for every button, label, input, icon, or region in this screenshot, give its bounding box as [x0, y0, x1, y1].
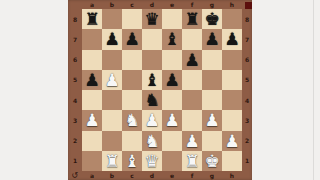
black-pawn-g7[interactable]: ♟ [204, 29, 219, 49]
white-rook-b1[interactable]: ♜ [104, 150, 119, 170]
square-a6[interactable] [82, 50, 102, 70]
square-g6[interactable] [202, 50, 222, 70]
white-king-g1[interactable]: ♚ [204, 150, 219, 170]
file-label-bottom-d: d [142, 171, 162, 180]
rank-label-right-5: 5 [242, 70, 252, 90]
square-c2[interactable] [122, 131, 142, 151]
rank-labels-left: 87654321 [68, 9, 82, 171]
white-pawn-b5[interactable]: ♟ [104, 69, 119, 89]
square-b5[interactable]: ♟ [102, 70, 122, 90]
black-pawn-f6[interactable]: ♟ [184, 49, 199, 69]
rank-label-left-6: 6 [68, 50, 82, 70]
square-h1[interactable] [222, 151, 242, 171]
square-e6[interactable] [162, 50, 182, 70]
square-f7[interactable] [182, 29, 202, 49]
file-label-bottom-h: h [222, 171, 242, 180]
square-b4[interactable] [102, 90, 122, 110]
black-bishop-d5[interactable]: ♝ [144, 69, 159, 89]
rank-label-left-1: 1 [68, 151, 82, 171]
white-pawn-h2[interactable]: ♟ [224, 130, 239, 150]
page-edge-line [313, 0, 314, 180]
rank-label-right-8: 8 [242, 9, 252, 29]
square-e4[interactable] [162, 90, 182, 110]
square-g4[interactable] [202, 90, 222, 110]
square-a5[interactable]: ♟ [82, 70, 102, 90]
black-king-g8[interactable]: ♚ [204, 9, 219, 29]
square-h6[interactable] [222, 50, 242, 70]
square-h3[interactable] [222, 110, 242, 130]
square-f8[interactable]: ♜ [182, 9, 202, 29]
rank-label-right-1: 1 [242, 151, 252, 171]
square-b3[interactable] [102, 110, 122, 130]
square-g8[interactable]: ♚ [202, 9, 222, 29]
square-a2[interactable] [82, 131, 102, 151]
square-a7[interactable] [82, 29, 102, 49]
square-d6[interactable] [142, 50, 162, 70]
rank-label-left-3: 3 [68, 110, 82, 130]
square-c3[interactable]: ♞ [122, 110, 142, 130]
square-a1[interactable] [82, 151, 102, 171]
white-bishop-c1[interactable]: ♝ [124, 150, 139, 170]
chess-board: abcdefgh abcdefgh 87654321 87654321 ♜♛♜♚… [68, 0, 252, 180]
black-queen-d8[interactable]: ♛ [144, 9, 159, 29]
square-f3[interactable] [182, 110, 202, 130]
rank-label-left-7: 7 [68, 29, 82, 49]
square-d2[interactable]: ♞ [142, 131, 162, 151]
square-e3[interactable]: ♟ [162, 110, 182, 130]
board-squares: ♜♛♜♚♟♟♝♟♟♟♟♟♝♟♞♟♞♟♟♟♞♟♟♜♝♛♜♚ [82, 9, 242, 171]
white-queen-d1[interactable]: ♛ [144, 150, 159, 170]
black-bishop-e7[interactable]: ♝ [164, 29, 179, 49]
white-rook-f1[interactable]: ♜ [184, 150, 199, 170]
screenshot-root: abcdefgh abcdefgh 87654321 87654321 ♜♛♜♚… [0, 0, 320, 180]
square-g3[interactable]: ♟ [202, 110, 222, 130]
black-pawn-e5[interactable]: ♟ [164, 69, 179, 89]
file-label-top-b: b [102, 0, 122, 9]
square-f1[interactable]: ♜ [182, 151, 202, 171]
black-pawn-h7[interactable]: ♟ [224, 29, 239, 49]
corner-marker-icon [245, 2, 252, 9]
rank-label-left-5: 5 [68, 70, 82, 90]
rank-label-left-8: 8 [68, 9, 82, 29]
black-pawn-a5[interactable]: ♟ [84, 69, 99, 89]
square-e8[interactable] [162, 9, 182, 29]
square-b2[interactable] [102, 131, 122, 151]
black-rook-f8[interactable]: ♜ [184, 9, 199, 29]
flip-board-icon[interactable]: ↺ [68, 171, 81, 180]
square-c8[interactable] [122, 9, 142, 29]
square-d1[interactable]: ♛ [142, 151, 162, 171]
square-f5[interactable] [182, 70, 202, 90]
file-label-top-c: c [122, 0, 142, 9]
file-labels-bottom: abcdefgh [82, 171, 242, 180]
file-label-bottom-c: c [122, 171, 142, 180]
file-label-bottom-b: b [102, 171, 122, 180]
square-c6[interactable] [122, 50, 142, 70]
square-g1[interactable]: ♚ [202, 151, 222, 171]
square-c4[interactable] [122, 90, 142, 110]
square-h8[interactable] [222, 9, 242, 29]
white-pawn-a3[interactable]: ♟ [84, 110, 99, 130]
square-g7[interactable]: ♟ [202, 29, 222, 49]
square-f2[interactable]: ♟ [182, 131, 202, 151]
square-b8[interactable] [102, 9, 122, 29]
rank-label-right-4: 4 [242, 90, 252, 110]
square-h7[interactable]: ♟ [222, 29, 242, 49]
white-pawn-g3[interactable]: ♟ [204, 110, 219, 130]
square-c1[interactable]: ♝ [122, 151, 142, 171]
white-pawn-d3[interactable]: ♟ [144, 110, 159, 130]
square-d4[interactable]: ♞ [142, 90, 162, 110]
black-pawn-b7[interactable]: ♟ [104, 29, 119, 49]
square-a4[interactable] [82, 90, 102, 110]
square-b6[interactable] [102, 50, 122, 70]
square-e7[interactable]: ♝ [162, 29, 182, 49]
black-rook-a8[interactable]: ♜ [84, 9, 99, 29]
square-h5[interactable] [222, 70, 242, 90]
square-b1[interactable]: ♜ [102, 151, 122, 171]
file-label-bottom-f: f [182, 171, 202, 180]
square-f4[interactable] [182, 90, 202, 110]
white-pawn-e3[interactable]: ♟ [164, 110, 179, 130]
rank-label-right-6: 6 [242, 50, 252, 70]
rank-labels-right: 87654321 [242, 9, 252, 171]
rank-label-right-3: 3 [242, 110, 252, 130]
white-knight-c3[interactable]: ♞ [124, 110, 139, 130]
square-g5[interactable] [202, 70, 222, 90]
square-e1[interactable] [162, 151, 182, 171]
rank-label-left-4: 4 [68, 90, 82, 110]
square-b7[interactable]: ♟ [102, 29, 122, 49]
square-a8[interactable]: ♜ [82, 9, 102, 29]
file-label-bottom-a: a [82, 171, 102, 180]
square-a3[interactable]: ♟ [82, 110, 102, 130]
square-d8[interactable]: ♛ [142, 9, 162, 29]
rank-label-right-7: 7 [242, 29, 252, 49]
black-pawn-c7[interactable]: ♟ [124, 29, 139, 49]
square-h4[interactable] [222, 90, 242, 110]
white-knight-d2[interactable]: ♞ [144, 130, 159, 150]
rank-label-left-2: 2 [68, 131, 82, 151]
square-h2[interactable]: ♟ [222, 131, 242, 151]
square-e2[interactable] [162, 131, 182, 151]
white-pawn-f2[interactable]: ♟ [184, 130, 199, 150]
square-f6[interactable]: ♟ [182, 50, 202, 70]
square-d3[interactable]: ♟ [142, 110, 162, 130]
square-d5[interactable]: ♝ [142, 70, 162, 90]
square-c5[interactable] [122, 70, 142, 90]
square-e5[interactable]: ♟ [162, 70, 182, 90]
file-label-top-e: e [162, 0, 182, 9]
square-g2[interactable] [202, 131, 222, 151]
rank-label-right-2: 2 [242, 131, 252, 151]
file-label-bottom-e: e [162, 171, 182, 180]
file-label-top-h: h [222, 0, 242, 9]
file-label-bottom-g: g [202, 171, 222, 180]
square-d7[interactable] [142, 29, 162, 49]
square-c7[interactable]: ♟ [122, 29, 142, 49]
black-knight-d4[interactable]: ♞ [144, 90, 159, 110]
